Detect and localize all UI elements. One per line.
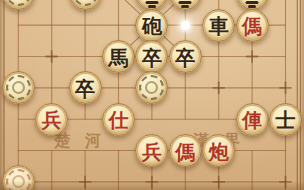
piece-red-advisor[interactable]: 仕	[102, 103, 135, 136]
piece-glyph: 馬	[109, 48, 129, 68]
piece-red-cannon[interactable]: 炮	[202, 134, 235, 167]
piece-black-soldier[interactable]: 卒	[169, 40, 202, 73]
hidden-piece-ring	[139, 75, 164, 100]
piece-glyph: 傌	[175, 142, 195, 162]
piece-black-soldier[interactable]: 卒	[135, 40, 168, 73]
piece-red-horse[interactable]: 傌	[236, 9, 269, 42]
pieces-layer: 砲車傌馬卒卒卒兵仕俥士兵傌炮	[0, 0, 304, 190]
piece-glyph: 卒	[175, 48, 195, 68]
piece-red-soldier[interactable]: 兵	[35, 103, 68, 136]
piece-red-soldier[interactable]: 兵	[135, 134, 168, 167]
hidden-piece-inner-ring	[12, 81, 25, 94]
cutoff-glyph-stroke	[181, 5, 189, 8]
piece-black-cannon[interactable]: 砲	[135, 9, 168, 42]
piece-glyph: 卒	[142, 48, 162, 68]
hidden-piece-inner-ring	[12, 175, 25, 188]
hidden-piece-inner-ring	[145, 81, 158, 94]
piece-glyph: 砲	[142, 16, 162, 36]
hidden-piece[interactable]	[2, 71, 35, 104]
piece-black-chariot[interactable]: 車	[202, 9, 235, 42]
hidden-piece[interactable]	[69, 0, 102, 10]
hidden-piece[interactable]	[135, 71, 168, 104]
piece-black-soldier[interactable]: 卒	[69, 71, 102, 104]
cutoff-glyph-stroke	[145, 1, 158, 4]
move-indicator-dot[interactable]	[181, 21, 190, 30]
piece-glyph: 炮	[209, 142, 229, 162]
cutoff-glyph-stroke	[148, 5, 156, 8]
xiangqi-board[interactable]: 楚河 漢界 砲車傌馬卒卒卒兵仕俥士兵傌炮	[0, 0, 304, 190]
piece-black-unknown-cutoff[interactable]	[169, 0, 202, 10]
piece-glyph: 俥	[242, 110, 262, 130]
hidden-piece[interactable]	[2, 165, 35, 190]
piece-red-horse[interactable]: 傌	[169, 134, 202, 167]
hidden-piece-ring	[6, 169, 31, 190]
piece-glyph: 傌	[242, 16, 262, 36]
hidden-piece-ring	[6, 75, 31, 100]
cutoff-glyph-stroke	[248, 5, 256, 8]
hidden-piece-ring	[73, 0, 98, 6]
piece-glyph: 士	[276, 110, 296, 130]
piece-glyph: 仕	[109, 110, 129, 130]
piece-glyph: 兵	[42, 110, 62, 130]
piece-red-chariot[interactable]: 俥	[236, 103, 269, 136]
cutoff-glyph-stroke	[179, 1, 192, 4]
piece-black-advisor[interactable]: 士	[269, 103, 302, 136]
piece-glyph: 卒	[75, 79, 95, 99]
piece-black-horse[interactable]: 馬	[102, 40, 135, 73]
piece-glyph: 車	[209, 16, 229, 36]
cutoff-glyph-stroke	[246, 1, 259, 4]
hidden-piece-ring	[6, 0, 31, 6]
piece-glyph: 兵	[142, 142, 162, 162]
hidden-piece[interactable]	[2, 0, 35, 10]
